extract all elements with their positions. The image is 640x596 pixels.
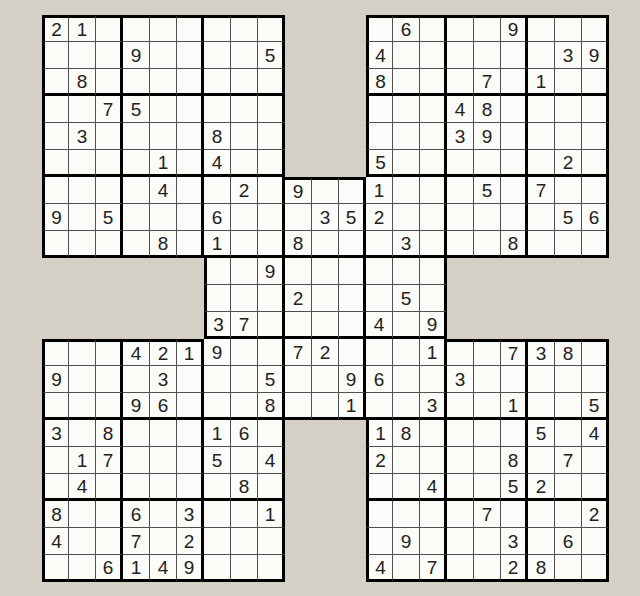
cell-r6c7[interactable]: 4	[204, 150, 231, 177]
cell-r2c17[interactable]	[474, 42, 501, 69]
cell-r14c10[interactable]	[285, 366, 312, 393]
cell-r14c9[interactable]: 5	[258, 366, 285, 393]
cell-r9c3[interactable]	[96, 231, 123, 258]
cell-r21c19[interactable]: 8	[528, 555, 555, 582]
cell-r19c8[interactable]	[231, 501, 258, 528]
cell-r3c8[interactable]	[231, 69, 258, 96]
cell-r21c9[interactable]	[258, 555, 285, 582]
cell-r21c1[interactable]	[42, 555, 69, 582]
cell-r4c8[interactable]	[231, 96, 258, 123]
cell-r14c13[interactable]: 6	[366, 366, 393, 393]
cell-r7c11[interactable]	[312, 177, 339, 204]
cell-r5c6[interactable]	[177, 123, 204, 150]
cell-r16c6[interactable]	[177, 420, 204, 447]
cell-r8c13[interactable]: 2	[366, 204, 393, 231]
cell-r6c2[interactable]	[69, 150, 96, 177]
cell-r12c10[interactable]	[285, 312, 312, 339]
cell-r20c13[interactable]	[366, 528, 393, 555]
cell-r8c6[interactable]	[177, 204, 204, 231]
cell-r14c12[interactable]: 9	[339, 366, 366, 393]
cell-r14c20[interactable]	[555, 366, 582, 393]
cell-r2c8[interactable]	[231, 42, 258, 69]
cell-r13c9[interactable]	[258, 339, 285, 366]
cell-r15c13[interactable]	[366, 393, 393, 420]
cell-r17c9[interactable]: 4	[258, 447, 285, 474]
cell-r3c6[interactable]	[177, 69, 204, 96]
cell-r20c20[interactable]: 6	[555, 528, 582, 555]
cell-r6c16[interactable]	[447, 150, 474, 177]
cell-r12c9[interactable]	[258, 312, 285, 339]
cell-r5c3[interactable]	[96, 123, 123, 150]
cell-r6c20[interactable]: 2	[555, 150, 582, 177]
cell-r16c16[interactable]	[447, 420, 474, 447]
cell-r6c14[interactable]	[393, 150, 420, 177]
cell-r19c3[interactable]	[96, 501, 123, 528]
cell-r5c20[interactable]	[555, 123, 582, 150]
cell-r4c13[interactable]	[366, 96, 393, 123]
cell-r14c14[interactable]	[393, 366, 420, 393]
cell-r1c20[interactable]	[555, 15, 582, 42]
cell-r15c7[interactable]	[204, 393, 231, 420]
cell-r1c7[interactable]	[204, 15, 231, 42]
cell-r7c12[interactable]	[339, 177, 366, 204]
cell-r15c10[interactable]	[285, 393, 312, 420]
cell-r18c16[interactable]	[447, 474, 474, 501]
cell-r14c3[interactable]	[96, 366, 123, 393]
cell-r6c19[interactable]	[528, 150, 555, 177]
cell-r8c21[interactable]: 6	[582, 204, 609, 231]
cell-r11c10[interactable]: 2	[285, 285, 312, 312]
cell-r9c9[interactable]	[258, 231, 285, 258]
cell-r11c9[interactable]	[258, 285, 285, 312]
cell-r2c16[interactable]	[447, 42, 474, 69]
cell-r1c6[interactable]	[177, 15, 204, 42]
cell-r19c17[interactable]: 7	[474, 501, 501, 528]
cell-r8c12[interactable]: 5	[339, 204, 366, 231]
cell-r16c13[interactable]: 1	[366, 420, 393, 447]
cell-r15c17[interactable]	[474, 393, 501, 420]
cell-r8c17[interactable]	[474, 204, 501, 231]
cell-r18c19[interactable]: 2	[528, 474, 555, 501]
cell-r18c3[interactable]	[96, 474, 123, 501]
cell-r12c15[interactable]: 9	[420, 312, 447, 339]
cell-r13c20[interactable]: 8	[555, 339, 582, 366]
cell-r13c19[interactable]: 3	[528, 339, 555, 366]
cell-r14c1[interactable]: 9	[42, 366, 69, 393]
cell-r8c9[interactable]	[258, 204, 285, 231]
cell-r20c7[interactable]	[204, 528, 231, 555]
cell-r19c18[interactable]	[501, 501, 528, 528]
cell-r5c13[interactable]	[366, 123, 393, 150]
cell-r18c21[interactable]	[582, 474, 609, 501]
cell-r13c18[interactable]: 7	[501, 339, 528, 366]
cell-r5c16[interactable]: 3	[447, 123, 474, 150]
cell-r17c2[interactable]: 1	[69, 447, 96, 474]
cell-r6c21[interactable]	[582, 150, 609, 177]
cell-r9c7[interactable]: 1	[204, 231, 231, 258]
cell-r18c9[interactable]	[258, 474, 285, 501]
cell-r17c21[interactable]	[582, 447, 609, 474]
cell-r14c18[interactable]	[501, 366, 528, 393]
cell-r1c13[interactable]	[366, 15, 393, 42]
cell-r7c2[interactable]	[69, 177, 96, 204]
cell-r19c19[interactable]	[528, 501, 555, 528]
cell-r10c15[interactable]	[420, 258, 447, 285]
cell-r2c7[interactable]	[204, 42, 231, 69]
cell-r8c11[interactable]: 3	[312, 204, 339, 231]
cell-r1c8[interactable]	[231, 15, 258, 42]
cell-r18c14[interactable]	[393, 474, 420, 501]
cell-r3c17[interactable]: 7	[474, 69, 501, 96]
cell-r19c16[interactable]	[447, 501, 474, 528]
cell-r8c14[interactable]	[393, 204, 420, 231]
cell-r17c17[interactable]	[474, 447, 501, 474]
cell-r19c7[interactable]	[204, 501, 231, 528]
cell-r9c8[interactable]	[231, 231, 258, 258]
cell-r16c5[interactable]	[150, 420, 177, 447]
cell-r4c5[interactable]	[150, 96, 177, 123]
cell-r10c9[interactable]: 9	[258, 258, 285, 285]
cell-r20c9[interactable]	[258, 528, 285, 555]
cell-r10c12[interactable]	[339, 258, 366, 285]
cell-r3c19[interactable]: 1	[528, 69, 555, 96]
cell-r14c21[interactable]	[582, 366, 609, 393]
cell-r18c6[interactable]	[177, 474, 204, 501]
cell-r7c17[interactable]: 5	[474, 177, 501, 204]
cell-r21c15[interactable]: 7	[420, 555, 447, 582]
cell-r13c2[interactable]	[69, 339, 96, 366]
cell-r2c20[interactable]: 3	[555, 42, 582, 69]
cell-r14c19[interactable]	[528, 366, 555, 393]
cell-r8c2[interactable]	[69, 204, 96, 231]
cell-r12c12[interactable]	[339, 312, 366, 339]
cell-r17c1[interactable]	[42, 447, 69, 474]
cell-r21c8[interactable]	[231, 555, 258, 582]
cell-r11c12[interactable]	[339, 285, 366, 312]
cell-r12c7[interactable]: 3	[204, 312, 231, 339]
cell-r5c2[interactable]: 3	[69, 123, 96, 150]
cell-r6c8[interactable]	[231, 150, 258, 177]
cell-r6c6[interactable]	[177, 150, 204, 177]
cell-r15c8[interactable]	[231, 393, 258, 420]
cell-r20c17[interactable]	[474, 528, 501, 555]
cell-r20c1[interactable]: 4	[42, 528, 69, 555]
cell-r17c4[interactable]	[123, 447, 150, 474]
cell-r20c8[interactable]	[231, 528, 258, 555]
cell-r5c8[interactable]	[231, 123, 258, 150]
cell-r13c10[interactable]: 7	[285, 339, 312, 366]
cell-r7c9[interactable]	[258, 177, 285, 204]
cell-r5c19[interactable]	[528, 123, 555, 150]
cell-r2c3[interactable]	[96, 42, 123, 69]
cell-r20c18[interactable]: 3	[501, 528, 528, 555]
cell-r12c11[interactable]	[312, 312, 339, 339]
cell-r6c3[interactable]	[96, 150, 123, 177]
cell-r2c18[interactable]	[501, 42, 528, 69]
cell-r4c17[interactable]: 8	[474, 96, 501, 123]
cell-r5c17[interactable]: 9	[474, 123, 501, 150]
cell-r7c7[interactable]	[204, 177, 231, 204]
cell-r18c15[interactable]: 4	[420, 474, 447, 501]
cell-r2c6[interactable]	[177, 42, 204, 69]
cell-r7c20[interactable]	[555, 177, 582, 204]
cell-r9c13[interactable]	[366, 231, 393, 258]
cell-r17c20[interactable]: 7	[555, 447, 582, 474]
cell-r1c15[interactable]	[420, 15, 447, 42]
cell-r2c13[interactable]: 4	[366, 42, 393, 69]
cell-r18c4[interactable]	[123, 474, 150, 501]
cell-r17c13[interactable]: 2	[366, 447, 393, 474]
cell-r12c8[interactable]: 7	[231, 312, 258, 339]
cell-r14c5[interactable]: 3	[150, 366, 177, 393]
cell-r21c6[interactable]: 9	[177, 555, 204, 582]
cell-r4c14[interactable]	[393, 96, 420, 123]
cell-r1c19[interactable]	[528, 15, 555, 42]
cell-r19c14[interactable]	[393, 501, 420, 528]
cell-r9c6[interactable]	[177, 231, 204, 258]
cell-r9c21[interactable]	[582, 231, 609, 258]
cell-r15c2[interactable]	[69, 393, 96, 420]
cell-r13c7[interactable]: 9	[204, 339, 231, 366]
cell-r1c14[interactable]: 6	[393, 15, 420, 42]
cell-r2c9[interactable]: 5	[258, 42, 285, 69]
cell-r19c20[interactable]	[555, 501, 582, 528]
cell-r8c16[interactable]	[447, 204, 474, 231]
cell-r6c17[interactable]	[474, 150, 501, 177]
cell-r11c11[interactable]	[312, 285, 339, 312]
cell-r15c4[interactable]: 9	[123, 393, 150, 420]
cell-r9c16[interactable]	[447, 231, 474, 258]
cell-r1c1[interactable]: 2	[42, 15, 69, 42]
cell-r20c3[interactable]	[96, 528, 123, 555]
cell-r9c1[interactable]	[42, 231, 69, 258]
cell-r16c4[interactable]	[123, 420, 150, 447]
cell-r4c21[interactable]	[582, 96, 609, 123]
cell-r14c6[interactable]	[177, 366, 204, 393]
cell-r6c15[interactable]	[420, 150, 447, 177]
cell-r5c15[interactable]	[420, 123, 447, 150]
cell-r4c18[interactable]	[501, 96, 528, 123]
cell-r7c14[interactable]	[393, 177, 420, 204]
cell-r10c11[interactable]	[312, 258, 339, 285]
cell-r15c15[interactable]: 3	[420, 393, 447, 420]
cell-r13c4[interactable]: 4	[123, 339, 150, 366]
cell-r8c18[interactable]	[501, 204, 528, 231]
cell-r19c1[interactable]: 8	[42, 501, 69, 528]
cell-r6c18[interactable]	[501, 150, 528, 177]
cell-r13c5[interactable]: 2	[150, 339, 177, 366]
cell-r11c14[interactable]: 5	[393, 285, 420, 312]
cell-r21c3[interactable]: 6	[96, 555, 123, 582]
cell-r8c8[interactable]	[231, 204, 258, 231]
cell-r20c4[interactable]: 7	[123, 528, 150, 555]
cell-r7c3[interactable]	[96, 177, 123, 204]
cell-r15c14[interactable]	[393, 393, 420, 420]
cell-r3c3[interactable]	[96, 69, 123, 96]
cell-r3c16[interactable]	[447, 69, 474, 96]
cell-r17c14[interactable]	[393, 447, 420, 474]
cell-r1c9[interactable]	[258, 15, 285, 42]
cell-r4c1[interactable]	[42, 96, 69, 123]
cell-r13c1[interactable]	[42, 339, 69, 366]
cell-r4c2[interactable]	[69, 96, 96, 123]
cell-r9c5[interactable]: 8	[150, 231, 177, 258]
cell-r2c19[interactable]	[528, 42, 555, 69]
cell-r18c2[interactable]: 4	[69, 474, 96, 501]
cell-r7c10[interactable]: 9	[285, 177, 312, 204]
cell-r13c13[interactable]	[366, 339, 393, 366]
cell-r14c17[interactable]	[474, 366, 501, 393]
cell-r2c14[interactable]	[393, 42, 420, 69]
cell-r16c7[interactable]: 1	[204, 420, 231, 447]
cell-r15c12[interactable]: 1	[339, 393, 366, 420]
cell-r11c8[interactable]	[231, 285, 258, 312]
cell-r19c2[interactable]	[69, 501, 96, 528]
cell-r4c7[interactable]	[204, 96, 231, 123]
cell-r2c2[interactable]	[69, 42, 96, 69]
cell-r7c19[interactable]: 7	[528, 177, 555, 204]
cell-r19c21[interactable]: 2	[582, 501, 609, 528]
cell-r15c16[interactable]	[447, 393, 474, 420]
cell-r8c4[interactable]	[123, 204, 150, 231]
cell-r21c20[interactable]	[555, 555, 582, 582]
cell-r17c8[interactable]	[231, 447, 258, 474]
cell-r1c4[interactable]	[123, 15, 150, 42]
cell-r13c12[interactable]	[339, 339, 366, 366]
cell-r9c15[interactable]	[420, 231, 447, 258]
cell-r15c3[interactable]	[96, 393, 123, 420]
cell-r14c4[interactable]	[123, 366, 150, 393]
cell-r18c13[interactable]	[366, 474, 393, 501]
cell-r17c15[interactable]	[420, 447, 447, 474]
cell-r3c4[interactable]	[123, 69, 150, 96]
cell-r16c19[interactable]: 5	[528, 420, 555, 447]
cell-r6c9[interactable]	[258, 150, 285, 177]
cell-r13c8[interactable]	[231, 339, 258, 366]
cell-r19c13[interactable]	[366, 501, 393, 528]
cell-r5c1[interactable]	[42, 123, 69, 150]
cell-r15c6[interactable]	[177, 393, 204, 420]
cell-r9c12[interactable]	[339, 231, 366, 258]
cell-r12c13[interactable]: 4	[366, 312, 393, 339]
cell-r5c14[interactable]	[393, 123, 420, 150]
cell-r21c18[interactable]: 2	[501, 555, 528, 582]
cell-r17c18[interactable]: 8	[501, 447, 528, 474]
cell-r9c19[interactable]	[528, 231, 555, 258]
cell-r4c4[interactable]: 5	[123, 96, 150, 123]
cell-r12c14[interactable]	[393, 312, 420, 339]
cell-r1c3[interactable]	[96, 15, 123, 42]
cell-r20c15[interactable]	[420, 528, 447, 555]
cell-r2c21[interactable]: 9	[582, 42, 609, 69]
cell-r2c5[interactable]	[150, 42, 177, 69]
cell-r9c17[interactable]	[474, 231, 501, 258]
cell-r19c4[interactable]: 6	[123, 501, 150, 528]
cell-r1c17[interactable]	[474, 15, 501, 42]
cell-r14c16[interactable]: 3	[447, 366, 474, 393]
cell-r20c14[interactable]: 9	[393, 528, 420, 555]
cell-r21c14[interactable]	[393, 555, 420, 582]
cell-r3c18[interactable]	[501, 69, 528, 96]
cell-r21c4[interactable]: 1	[123, 555, 150, 582]
cell-r4c3[interactable]: 7	[96, 96, 123, 123]
cell-r5c4[interactable]	[123, 123, 150, 150]
cell-r3c20[interactable]	[555, 69, 582, 96]
cell-r18c18[interactable]: 5	[501, 474, 528, 501]
cell-r3c15[interactable]	[420, 69, 447, 96]
cell-r7c5[interactable]: 4	[150, 177, 177, 204]
cell-r19c9[interactable]: 1	[258, 501, 285, 528]
cell-r16c18[interactable]	[501, 420, 528, 447]
cell-r5c9[interactable]	[258, 123, 285, 150]
cell-r20c6[interactable]: 2	[177, 528, 204, 555]
cell-r17c3[interactable]: 7	[96, 447, 123, 474]
cell-r4c16[interactable]: 4	[447, 96, 474, 123]
cell-r1c18[interactable]: 9	[501, 15, 528, 42]
cell-r13c3[interactable]	[96, 339, 123, 366]
cell-r16c1[interactable]: 3	[42, 420, 69, 447]
cell-r16c2[interactable]	[69, 420, 96, 447]
cell-r8c5[interactable]	[150, 204, 177, 231]
cell-r7c16[interactable]	[447, 177, 474, 204]
cell-r10c13[interactable]	[366, 258, 393, 285]
cell-r1c21[interactable]	[582, 15, 609, 42]
cell-r16c3[interactable]: 8	[96, 420, 123, 447]
cell-r2c15[interactable]	[420, 42, 447, 69]
cell-r10c8[interactable]	[231, 258, 258, 285]
cell-r8c19[interactable]	[528, 204, 555, 231]
cell-r7c6[interactable]	[177, 177, 204, 204]
cell-r15c18[interactable]: 1	[501, 393, 528, 420]
cell-r3c5[interactable]	[150, 69, 177, 96]
cell-r6c13[interactable]: 5	[366, 150, 393, 177]
cell-r9c2[interactable]	[69, 231, 96, 258]
cell-r7c8[interactable]: 2	[231, 177, 258, 204]
cell-r9c4[interactable]	[123, 231, 150, 258]
cell-r3c7[interactable]	[204, 69, 231, 96]
cell-r7c1[interactable]	[42, 177, 69, 204]
cell-r17c7[interactable]: 5	[204, 447, 231, 474]
cell-r19c5[interactable]	[150, 501, 177, 528]
cell-r8c1[interactable]: 9	[42, 204, 69, 231]
cell-r20c19[interactable]	[528, 528, 555, 555]
cell-r5c21[interactable]	[582, 123, 609, 150]
cell-r13c16[interactable]	[447, 339, 474, 366]
cell-r7c13[interactable]: 1	[366, 177, 393, 204]
cell-r7c4[interactable]	[123, 177, 150, 204]
cell-r13c17[interactable]	[474, 339, 501, 366]
cell-r10c14[interactable]	[393, 258, 420, 285]
cell-r2c1[interactable]	[42, 42, 69, 69]
cell-r3c21[interactable]	[582, 69, 609, 96]
cell-r21c21[interactable]	[582, 555, 609, 582]
cell-r13c11[interactable]: 2	[312, 339, 339, 366]
cell-r1c2[interactable]: 1	[69, 15, 96, 42]
cell-r1c16[interactable]	[447, 15, 474, 42]
cell-r13c14[interactable]	[393, 339, 420, 366]
cell-r7c21[interactable]	[582, 177, 609, 204]
cell-r16c21[interactable]: 4	[582, 420, 609, 447]
cell-r15c19[interactable]	[528, 393, 555, 420]
cell-r20c5[interactable]	[150, 528, 177, 555]
cell-r21c5[interactable]: 4	[150, 555, 177, 582]
cell-r15c21[interactable]: 5	[582, 393, 609, 420]
cell-r15c20[interactable]	[555, 393, 582, 420]
cell-r7c15[interactable]	[420, 177, 447, 204]
cell-r10c7[interactable]	[204, 258, 231, 285]
cell-r9c18[interactable]: 8	[501, 231, 528, 258]
cell-r13c6[interactable]: 1	[177, 339, 204, 366]
